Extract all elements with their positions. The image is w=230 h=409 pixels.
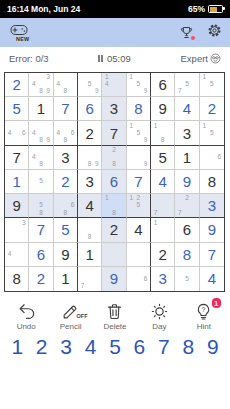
given-digit: 4 [134, 222, 142, 237]
given-digit: 6 [183, 222, 191, 237]
cell-r8c1[interactable]: 4 [5, 243, 29, 267]
pencil-notes: 125 [127, 194, 150, 217]
undo-label: Undo [17, 322, 36, 331]
given-digit: 8 [12, 271, 20, 286]
numpad-digit-6[interactable]: 6 [134, 336, 146, 357]
cell-r8c5[interactable] [102, 243, 126, 267]
pencil-notes: 46 [5, 121, 28, 144]
battery-icon [208, 5, 223, 13]
app-header: NEW [0, 18, 230, 47]
timer-value: 05:09 [107, 53, 131, 64]
cell-r3c8[interactable]: 3 [175, 121, 199, 145]
pencil-notes: 89 [78, 146, 101, 169]
player-digit: 5 [12, 101, 20, 116]
pencil-notes: 48 [29, 146, 52, 169]
given-digit: 4 [85, 198, 93, 213]
numpad-digit-4[interactable]: 4 [85, 336, 97, 357]
given-digit: 6 [158, 77, 166, 92]
cell-r1c1[interactable]: 2 [5, 73, 29, 97]
given-digit: 1 [61, 271, 69, 286]
status-time-date: 16:14 Mon, Jun 24 [7, 4, 80, 14]
numpad-digit-5[interactable]: 5 [109, 336, 121, 357]
day-night-button[interactable]: Day [144, 302, 174, 331]
cell-r4c4[interactable]: 89 [78, 146, 102, 170]
cell-r6c4[interactable]: 4 [78, 194, 102, 218]
player-digit: 7 [61, 101, 69, 116]
pencil-notes: 14 [102, 73, 125, 96]
player-digit: 2 [61, 174, 69, 189]
player-digit: 9 [183, 174, 191, 189]
cell-r9c6[interactable]: 6 [127, 267, 151, 291]
cell-r3c2[interactable]: 489 [29, 121, 53, 145]
player-digit: 1 [12, 174, 20, 189]
cell-r5c5[interactable]: 6 [102, 170, 126, 194]
toolbar: Undo OFF Pencil Delete Day ? 1 Hint [0, 302, 230, 331]
numpad-digit-7[interactable]: 7 [158, 336, 170, 357]
cell-r3c9[interactable]: 15 [200, 121, 224, 145]
cell-r1c5[interactable]: 14 [102, 73, 126, 97]
pencil-notes: 159 [127, 121, 150, 144]
cell-r1c7[interactable]: 6 [151, 73, 175, 97]
settings-button[interactable] [207, 23, 222, 42]
numpad-digit-8[interactable]: 8 [182, 336, 194, 357]
cell-r7c3[interactable]: 5 [54, 218, 78, 242]
player-digit: 9 [110, 271, 118, 286]
pencil-notes: 7 [151, 194, 174, 217]
status-bar: 16:14 Mon, Jun 24 65% [0, 0, 230, 18]
numpad-digit-2[interactable]: 2 [36, 336, 48, 357]
cell-r5c2[interactable]: 5 [29, 170, 53, 194]
given-digit: 2 [158, 247, 166, 262]
given-digit: 5 [158, 150, 166, 165]
cell-r5c9[interactable]: 8 [200, 170, 224, 194]
player-digit: 8 [183, 247, 191, 262]
cell-r4c1[interactable]: 7 [5, 146, 29, 170]
pencil-notes: 1 [151, 218, 174, 241]
player-digit: 3 [158, 271, 166, 286]
cell-r2c8[interactable]: 4 [175, 97, 199, 121]
difficulty-label: Expert [181, 53, 208, 64]
pencil-notes: 68 [54, 194, 77, 217]
cell-r9c3[interactable]: 1 [54, 267, 78, 291]
cell-r9c7[interactable]: 3 [151, 267, 175, 291]
cell-r3c7[interactable]: 18 [151, 121, 175, 145]
pencil-notes: 7 [78, 267, 101, 291]
player-digit: 8 [134, 101, 142, 116]
cell-r5c1[interactable]: 1 [5, 170, 29, 194]
cell-r7c1[interactable]: 3 [5, 218, 29, 242]
cell-r7c2[interactable]: 7 [29, 218, 53, 242]
pencil-notes: 18 [151, 121, 174, 144]
pencil-notes: 6 [127, 267, 150, 291]
new-game-button[interactable]: NEW [8, 23, 29, 43]
player-digit: 7 [208, 247, 216, 262]
cell-r6c8[interactable]: 27 [175, 194, 199, 218]
cell-r1c6[interactable]: 159 [127, 73, 151, 97]
player-digit: 9 [208, 222, 216, 237]
cell-r6c6[interactable]: 125 [127, 194, 151, 218]
day-label: Day [152, 322, 166, 331]
cell-r1c8[interactable]: 57 [175, 73, 199, 97]
sudoku-board: 2348948591415965715517638942464894682715… [4, 72, 225, 292]
player-digit: 6 [37, 247, 45, 262]
cell-r3c4[interactable]: 2 [78, 121, 102, 145]
cell-r8c6[interactable] [127, 243, 151, 267]
error-counter: Error: 0/3 [9, 53, 49, 64]
given-digit: 1 [183, 150, 191, 165]
cell-r3c6[interactable]: 159 [127, 121, 151, 145]
pencil-button[interactable]: OFF Pencil [56, 302, 86, 331]
cell-r4c9[interactable]: 6 [200, 146, 224, 170]
number-pad: 123456789 [0, 336, 230, 357]
cell-r7c7[interactable]: 1 [151, 218, 175, 242]
pencil-notes: 58 [29, 194, 52, 217]
delete-label: Delete [103, 322, 126, 331]
cell-r6c2[interactable]: 58 [29, 194, 53, 218]
player-digit: 4 [208, 271, 216, 286]
cell-r4c7[interactable]: 5 [151, 146, 175, 170]
pencil-notes: 6 [200, 146, 224, 169]
given-digit: 3 [183, 126, 191, 141]
cell-r6c3[interactable]: 68 [54, 194, 78, 218]
pencil-notes: 468 [54, 121, 77, 144]
cell-r9c5[interactable]: 9 [102, 267, 126, 291]
pencil-notes: 57 [175, 73, 198, 96]
undo-icon [17, 302, 36, 321]
pencil-notes: 489 [29, 121, 52, 144]
cell-r1c3[interactable]: 48 [54, 73, 78, 97]
numpad-digit-9[interactable]: 9 [207, 336, 219, 357]
given-digit: 9 [12, 198, 20, 213]
battery-percent: 65% [188, 4, 205, 14]
pencil-notes: 59 [78, 73, 101, 96]
player-digit: 6 [110, 174, 118, 189]
trophy-button[interactable] [179, 25, 194, 40]
cell-r6c5[interactable]: 18 [102, 194, 126, 218]
hint-count-badge: 1 [212, 298, 221, 308]
notification-dot [191, 36, 196, 41]
pause-icon[interactable] [98, 55, 103, 62]
player-digit: 5 [61, 222, 69, 237]
cell-r8c3[interactable]: 9 [54, 243, 78, 267]
pencil-notes: 5 [29, 170, 52, 193]
cell-r3c5[interactable]: 7 [102, 121, 126, 145]
cell-r4c3[interactable]: 3 [54, 146, 78, 170]
cell-r1c2[interactable]: 3489 [29, 73, 53, 97]
expert-face-icon [210, 53, 221, 64]
given-digit: 2 [85, 126, 93, 141]
cell-r9c2[interactable]: 2 [29, 267, 53, 291]
cell-r5c3[interactable]: 2 [54, 170, 78, 194]
given-digit: 3 [85, 174, 93, 189]
cell-r2c9[interactable]: 2 [200, 97, 224, 121]
hint-button[interactable]: ? 1 Hint [189, 302, 219, 331]
pencil-notes: 9 [127, 146, 150, 169]
cell-r8c2[interactable]: 6 [29, 243, 53, 267]
player-digit: 7 [134, 174, 142, 189]
given-digit: 1 [37, 101, 45, 116]
settings-gear-icon [207, 23, 222, 38]
cell-r2c6[interactable]: 8 [127, 97, 151, 121]
cell-r7c5[interactable]: 2 [102, 218, 126, 242]
cell-r2c2[interactable]: 1 [29, 97, 53, 121]
cell-r9c1[interactable]: 8 [5, 267, 29, 291]
given-digit: 3 [61, 150, 69, 165]
player-digit: 6 [85, 101, 93, 116]
cell-r5c6[interactable]: 7 [127, 170, 151, 194]
pencil-notes: 4 [5, 243, 28, 266]
pencil-notes: 48 [54, 73, 77, 96]
cell-r4c2[interactable]: 48 [29, 146, 53, 170]
pencil-notes: 8 [78, 218, 101, 241]
cell-r2c7[interactable]: 9 [151, 97, 175, 121]
cell-r6c1[interactable]: 9 [5, 194, 29, 218]
cell-r8c4[interactable]: 1 [78, 243, 102, 267]
cell-r7c6[interactable]: 4 [127, 218, 151, 242]
undo-button[interactable]: Undo [11, 302, 41, 331]
cell-r3c3[interactable]: 468 [54, 121, 78, 145]
trash-icon [105, 302, 124, 321]
cell-r4c6[interactable]: 9 [127, 146, 151, 170]
cell-r8c9[interactable]: 7 [200, 243, 224, 267]
cell-r9c4[interactable]: 7 [78, 267, 102, 291]
pencil-notes: 15 [200, 121, 224, 144]
cell-r2c3[interactable]: 7 [54, 97, 78, 121]
pencil-notes: 27 [175, 194, 198, 217]
cell-r5c4[interactable]: 3 [78, 170, 102, 194]
player-digit: 2 [12, 77, 20, 92]
cell-r8c8[interactable]: 8 [175, 243, 199, 267]
cell-r2c5[interactable]: 3 [102, 97, 126, 121]
sun-icon [150, 302, 169, 321]
pencil-notes: 28 [102, 146, 125, 169]
given-digit: 8 [208, 174, 216, 189]
given-digit: 3 [110, 101, 118, 116]
cell-r2c4[interactable]: 6 [78, 97, 102, 121]
cell-r7c4[interactable]: 8 [78, 218, 102, 242]
cell-r1c4[interactable]: 59 [78, 73, 102, 97]
player-digit: 7 [37, 222, 45, 237]
hint-bulb-icon: ? [194, 302, 213, 321]
given-digit: 9 [61, 247, 69, 262]
cell-r9c9[interactable]: 4 [200, 267, 224, 291]
svg-text:?: ? [202, 306, 206, 313]
numpad-digit-3[interactable]: 3 [60, 336, 72, 357]
cell-r8c7[interactable]: 2 [151, 243, 175, 267]
player-digit: 4 [158, 174, 166, 189]
cell-r4c8[interactable]: 1 [175, 146, 199, 170]
cell-r7c8[interactable]: 6 [175, 218, 199, 242]
pencil-notes: 5 [175, 267, 198, 291]
given-digit: 7 [12, 150, 20, 165]
cell-r5c7[interactable]: 4 [151, 170, 175, 194]
cell-r5c8[interactable]: 9 [175, 170, 199, 194]
pencil-notes: 15 [200, 73, 224, 96]
player-digit: 2 [208, 101, 216, 116]
new-game-label: NEW [16, 37, 29, 43]
player-digit: 3 [208, 198, 216, 213]
hint-label: Hint [197, 322, 211, 331]
player-digit: 2 [37, 271, 45, 286]
cell-r9c8[interactable]: 5 [175, 267, 199, 291]
given-digit: 7 [110, 126, 118, 141]
cell-r6c7[interactable]: 7 [151, 194, 175, 218]
cell-r3c1[interactable]: 46 [5, 121, 29, 145]
pencil-notes: 3489 [29, 73, 52, 96]
cell-r6c9[interactable]: 3 [200, 194, 224, 218]
cell-r1c9[interactable]: 15 [200, 73, 224, 97]
info-row: Error: 0/3 05:09 Expert [0, 47, 230, 70]
pencil-notes: 159 [127, 73, 150, 96]
pencil-notes: 18 [102, 194, 125, 217]
delete-button[interactable]: Delete [100, 302, 130, 331]
cell-r4c5[interactable]: 28 [102, 146, 126, 170]
pencil-notes: 3 [5, 218, 28, 241]
pencil-label: Pencil [60, 322, 82, 331]
numpad-digit-1[interactable]: 1 [11, 336, 23, 357]
pencil-state-badge: OFF [77, 313, 88, 319]
given-digit: 1 [85, 247, 93, 262]
given-digit: 2 [110, 222, 118, 237]
given-digit: 9 [158, 101, 166, 116]
player-digit: 4 [183, 101, 191, 116]
cell-r7c9[interactable]: 9 [200, 218, 224, 242]
cell-r2c1[interactable]: 5 [5, 97, 29, 121]
